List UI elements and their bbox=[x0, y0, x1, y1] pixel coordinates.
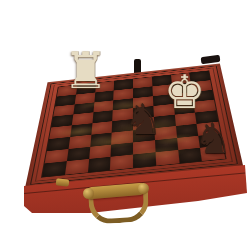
square-c1[interactable] bbox=[87, 157, 110, 173]
piece-black-knight-h1[interactable]: ♞ bbox=[195, 118, 233, 160]
handle-rosette-left bbox=[83, 188, 94, 199]
square-d1[interactable] bbox=[110, 155, 133, 170]
brass-clasp bbox=[56, 178, 70, 186]
hinge-bar bbox=[201, 55, 221, 64]
square-e1[interactable] bbox=[133, 152, 156, 167]
piece-white-king-g5[interactable]: ♚ bbox=[164, 69, 205, 115]
handle-rosette-right bbox=[138, 183, 149, 194]
piece-white-rook-b8[interactable]: ♜ bbox=[63, 46, 108, 96]
square-b1[interactable] bbox=[65, 159, 89, 175]
chess-box-photo: ♜♚♞♞ bbox=[0, 0, 250, 250]
square-f1[interactable] bbox=[155, 150, 179, 165]
square-a1[interactable] bbox=[42, 161, 66, 177]
piece-black-knight-e3[interactable]: ♞ bbox=[125, 100, 163, 142]
